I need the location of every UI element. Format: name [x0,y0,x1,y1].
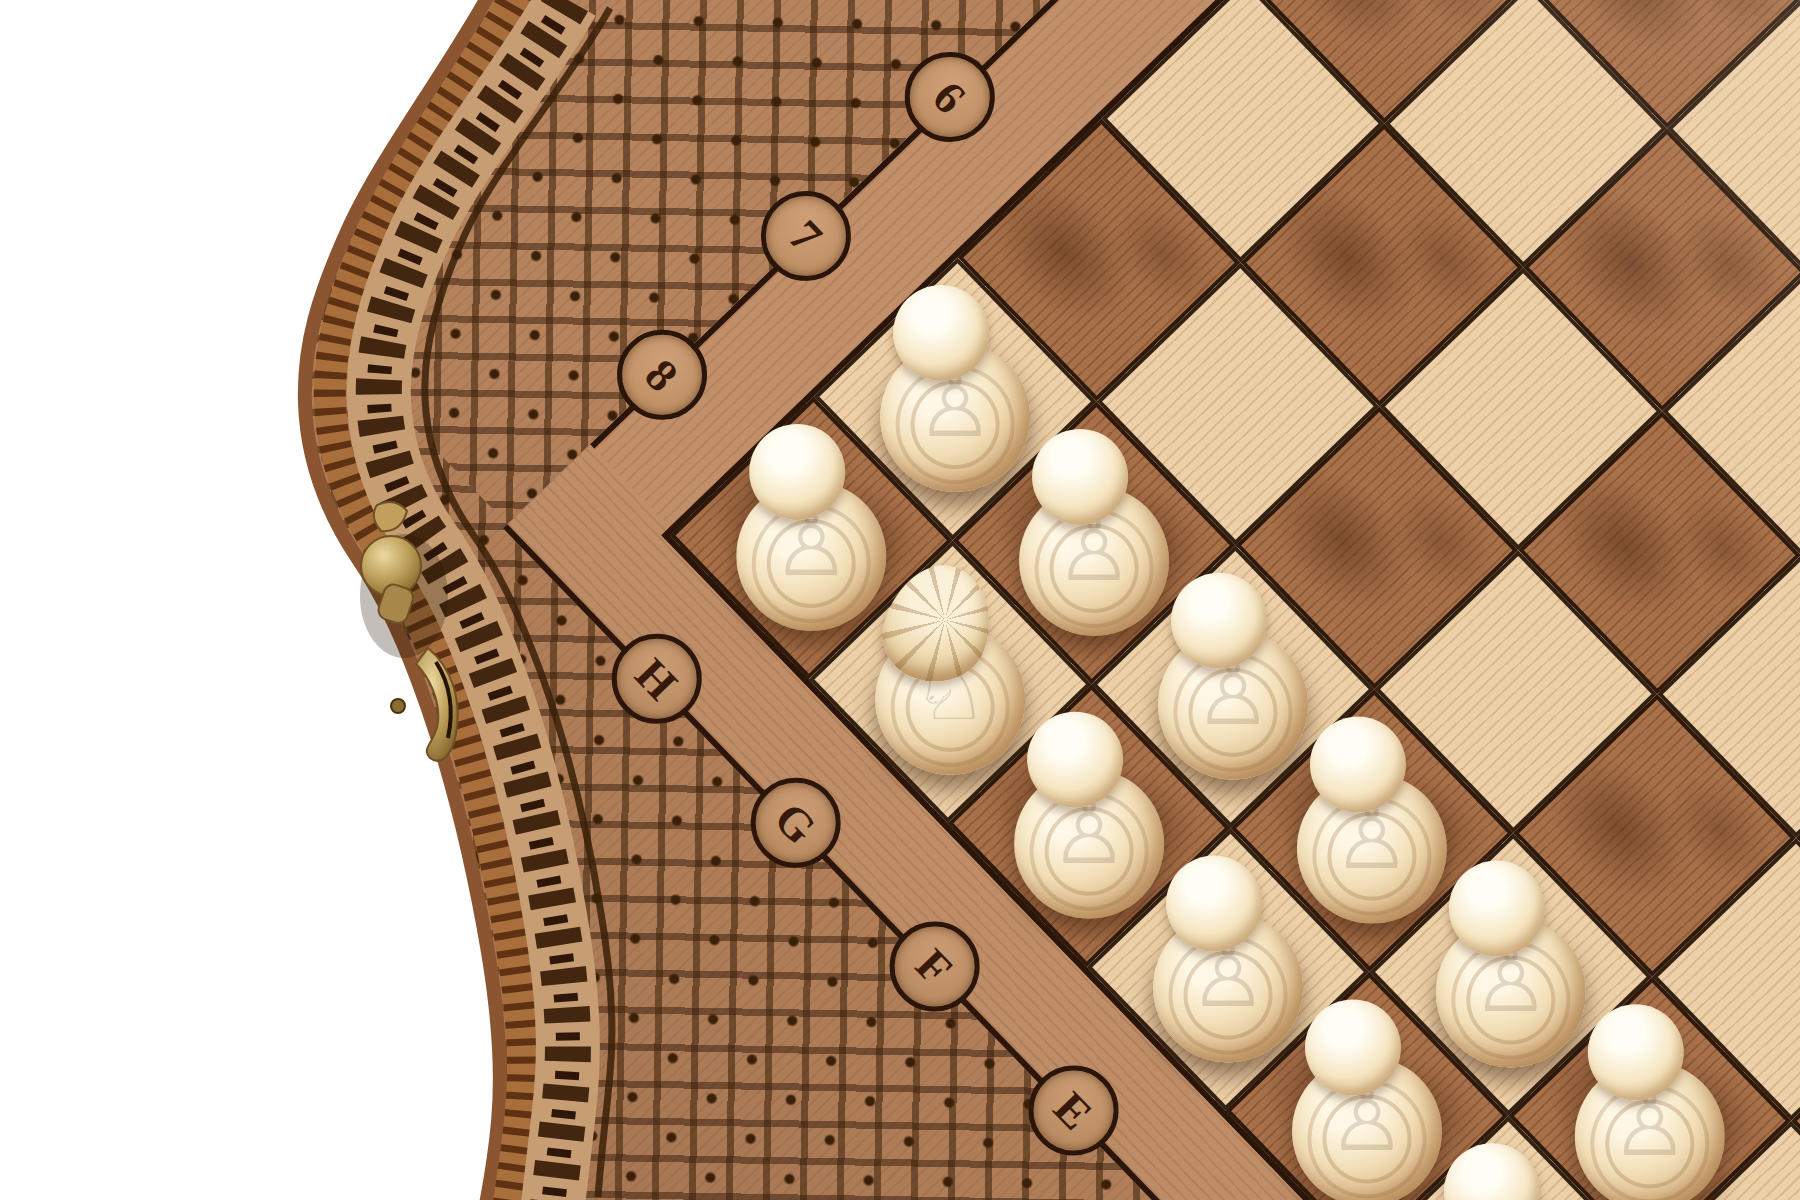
board-assembly: ♙♙♙♙♙♙♙♘♙♙♙♙ 876HGFE [0,0,1800,1200]
pawn-knob [1027,712,1123,808]
piece-pawn-c8[interactable]: ♙ [1406,1157,1606,1200]
pawn-knob [1032,429,1128,525]
pawn-knob [749,424,845,520]
pawn-knob [1166,856,1262,952]
scene: ♙♙♙♙♙♙♙♘♙♙♙♙ 876HGFE [0,0,1800,1200]
pawn-knob [1588,1004,1684,1100]
pawn-knob [1310,717,1406,813]
pawn-knob [1305,999,1401,1095]
pawn-knob [1449,860,1545,956]
pawn-knob [893,285,989,381]
pawn-knob [1171,573,1267,669]
